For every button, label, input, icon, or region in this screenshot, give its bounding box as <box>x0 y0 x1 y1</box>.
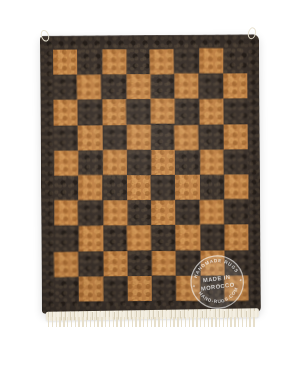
board-square <box>102 49 126 74</box>
board-square <box>151 225 175 250</box>
board-square <box>200 150 224 175</box>
board-square <box>102 175 126 200</box>
photo-background: HANDMADE RUGS MADE IN MOROCCO HAND-RUGS.… <box>0 0 300 368</box>
board-square <box>175 49 199 74</box>
board-square <box>199 48 223 73</box>
board-square <box>151 124 175 149</box>
board-square <box>77 75 102 101</box>
board-square <box>223 124 247 149</box>
board-square <box>103 276 128 302</box>
board-square <box>53 100 77 125</box>
rug-fringe <box>46 309 259 329</box>
board-square <box>102 74 126 99</box>
board-square <box>126 74 150 99</box>
board-square <box>79 251 103 276</box>
rug-photo: HANDMADE RUGS MADE IN MOROCCO HAND-RUGS.… <box>40 34 261 331</box>
board-square <box>53 125 78 151</box>
board-square <box>127 124 151 149</box>
board-square <box>79 226 103 251</box>
board-square <box>199 124 223 149</box>
board-square <box>127 251 151 276</box>
board-square <box>103 201 127 226</box>
board-square <box>103 150 127 175</box>
board-square <box>126 49 150 74</box>
board-square <box>78 175 102 200</box>
hanging-loop-right <box>247 27 258 41</box>
board-square <box>175 99 199 124</box>
board-square <box>126 100 151 126</box>
board-square <box>150 49 175 75</box>
board-square <box>152 251 176 276</box>
board-square <box>77 49 101 74</box>
board-square <box>102 100 126 125</box>
board-square <box>150 74 174 99</box>
board-square <box>127 175 151 200</box>
board-square <box>175 149 199 174</box>
board-square <box>200 225 224 250</box>
board-square <box>223 149 248 175</box>
board-square <box>176 225 200 250</box>
board-square <box>224 225 248 250</box>
board-square <box>54 151 78 176</box>
board-square <box>151 200 175 225</box>
board-square <box>224 99 248 124</box>
board-square <box>54 251 79 277</box>
board-square <box>127 200 151 225</box>
board-square <box>103 226 127 251</box>
board-square <box>174 125 199 151</box>
board-square <box>223 48 247 73</box>
board-square <box>199 200 224 226</box>
board-square <box>127 150 151 175</box>
board-square <box>151 99 175 124</box>
board-square <box>79 276 103 301</box>
board-square <box>151 150 175 175</box>
board-square <box>54 176 78 201</box>
board-square <box>199 174 223 199</box>
board-square <box>127 276 151 301</box>
board-square <box>199 99 223 124</box>
board-square <box>127 226 152 252</box>
board-square <box>54 200 78 225</box>
rug: HANDMADE RUGS MADE IN MOROCCO HAND-RUGS.… <box>40 34 261 314</box>
board-square <box>53 50 77 75</box>
fringe-strands <box>48 317 257 327</box>
made-in-morocco-stamp: HANDMADE RUGS MADE IN MOROCCO HAND-RUGS.… <box>185 250 249 314</box>
board-square <box>150 175 175 201</box>
board-square <box>78 125 102 150</box>
board-square <box>103 125 127 150</box>
board-square <box>55 276 79 301</box>
board-square <box>55 226 79 251</box>
board-square <box>152 275 176 300</box>
board-square <box>54 75 78 100</box>
board-square <box>103 251 127 276</box>
board-square <box>78 150 102 175</box>
hanging-loop-left <box>39 29 50 43</box>
board-square <box>175 175 199 200</box>
board-square <box>224 199 248 224</box>
board-square <box>223 74 247 99</box>
board-square <box>198 74 223 100</box>
board-square <box>78 100 102 125</box>
board-square <box>175 74 199 99</box>
board-square <box>176 200 200 225</box>
board-square <box>224 175 248 200</box>
board-square <box>78 201 103 227</box>
